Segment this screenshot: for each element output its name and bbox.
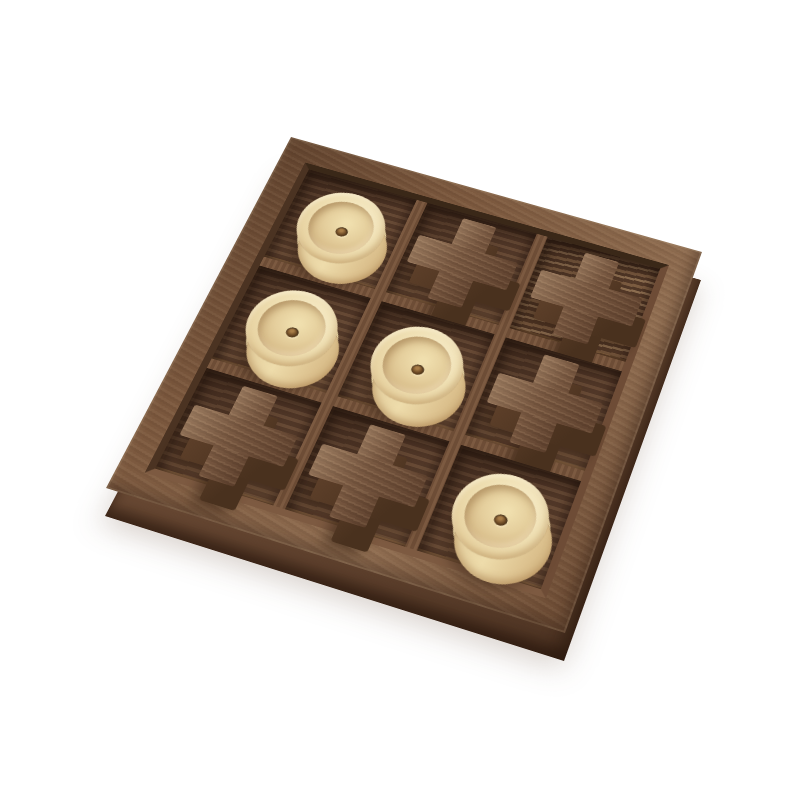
o-piece-hole <box>284 326 300 339</box>
o-piece-crater <box>373 329 461 402</box>
x-piece <box>394 209 529 317</box>
o-piece <box>357 316 476 415</box>
tic-tac-toe-board <box>106 137 702 633</box>
o-piece <box>283 184 398 274</box>
o-piece-hole <box>334 226 350 238</box>
o-piece <box>232 280 352 376</box>
x-piece <box>474 344 613 463</box>
x-piece <box>294 414 441 539</box>
o-piece-crater <box>247 293 336 364</box>
o-piece-hole <box>409 363 425 376</box>
cell-r1c2 <box>386 203 537 325</box>
cell-r1c1 <box>264 169 416 288</box>
x-piece <box>518 244 652 355</box>
x-piece <box>164 375 312 497</box>
o-piece-crater <box>454 476 545 556</box>
o-piece-hole <box>492 513 509 527</box>
cell-r1c3 <box>510 237 660 362</box>
product-photo <box>0 0 800 800</box>
o-piece-crater <box>298 195 383 262</box>
o-piece <box>438 462 561 571</box>
